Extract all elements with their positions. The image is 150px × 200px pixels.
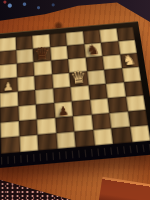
square-f3[interactable] [90, 98, 110, 114]
square-a4[interactable] [0, 92, 18, 108]
square-e2[interactable] [73, 115, 93, 132]
square-c3[interactable] [36, 103, 55, 119]
square-f7[interactable]: ♞ [84, 43, 103, 58]
square-b3[interactable] [18, 105, 37, 122]
square-d2[interactable] [55, 116, 75, 133]
square-g1[interactable] [111, 127, 132, 144]
square-b2[interactable] [18, 119, 37, 136]
square-h1[interactable] [130, 125, 150, 142]
square-a1[interactable] [1, 136, 20, 153]
square-d1[interactable] [56, 132, 76, 149]
background-glints [0, 0, 70, 14]
square-a2[interactable] [0, 121, 19, 138]
table-front-edge [98, 177, 150, 200]
square-a3[interactable] [0, 106, 18, 123]
square-f1[interactable] [93, 128, 113, 145]
square-g4[interactable] [106, 82, 126, 98]
photo-scene: ♛♞♞♟♛♟ [0, 0, 150, 200]
black-knight[interactable]: ♞ [86, 43, 101, 58]
square-b1[interactable] [19, 135, 38, 152]
black-queen[interactable]: ♛ [33, 45, 50, 62]
square-e1[interactable] [74, 130, 94, 147]
square-c1[interactable] [37, 133, 57, 150]
square-h3[interactable] [126, 95, 146, 111]
square-d4[interactable] [53, 87, 72, 103]
square-h2[interactable] [128, 110, 149, 127]
square-f2[interactable] [91, 113, 111, 130]
square-h4[interactable] [124, 81, 144, 97]
chess-board: ♛♞♞♟♛♟ [0, 21, 150, 168]
white-pawn[interactable]: ♟ [3, 81, 14, 93]
square-c2[interactable] [37, 118, 56, 135]
square-g3[interactable] [108, 97, 128, 113]
black-pawn[interactable]: ♟ [57, 105, 69, 118]
square-b4[interactable] [17, 90, 35, 106]
square-e4[interactable] [70, 85, 89, 101]
square-c7[interactable]: ♛ [33, 47, 51, 62]
carpet-floor [0, 174, 72, 200]
white-queen[interactable]: ♛ [70, 69, 88, 87]
square-d3[interactable]: ♟ [54, 101, 73, 117]
board-squares: ♛♞♞♟♛♟ [0, 27, 150, 154]
white-knight[interactable]: ♞ [122, 53, 137, 68]
square-e5[interactable]: ♛ [69, 71, 88, 87]
square-g2[interactable] [109, 111, 129, 128]
square-e3[interactable] [72, 100, 91, 116]
square-f4[interactable] [88, 84, 107, 100]
